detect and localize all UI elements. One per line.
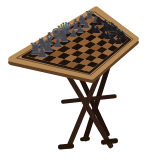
chess-board — [0, 0, 160, 160]
chess-table-product-photo: ♜♟♞♝♛♚♝♞♞♟♟♟♟♟♟♟♝♟♛♟♚♟♝♟♞♟♜♟ — [0, 0, 160, 160]
